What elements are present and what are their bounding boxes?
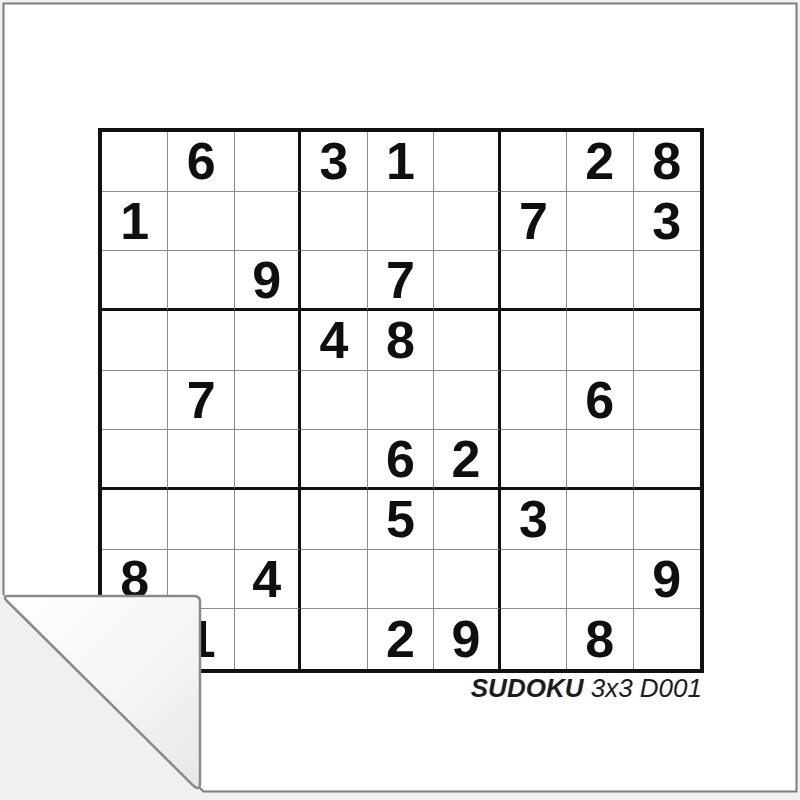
cell-r4c3[interactable] bbox=[235, 311, 301, 371]
cell-r3c1[interactable] bbox=[102, 251, 168, 311]
cell-r2c3[interactable] bbox=[235, 192, 301, 252]
printable-sudoku-sheet: 6312817397487662538491298 SUDOKU 3x3 D00… bbox=[0, 0, 800, 800]
cell-r9c2[interactable]: 1 bbox=[168, 609, 234, 669]
cell-r7c3[interactable] bbox=[235, 490, 301, 550]
cell-r4c2[interactable] bbox=[168, 311, 234, 371]
cell-r5c3[interactable] bbox=[235, 371, 301, 431]
cell-r2c1[interactable]: 1 bbox=[102, 192, 168, 252]
cell-r8c1[interactable]: 8 bbox=[102, 550, 168, 610]
cell-r4c5[interactable]: 8 bbox=[368, 311, 434, 371]
cell-r8c3[interactable]: 4 bbox=[235, 550, 301, 610]
cell-r4c1[interactable] bbox=[102, 311, 168, 371]
cell-r8c4[interactable] bbox=[301, 550, 367, 610]
cell-r3c5[interactable]: 7 bbox=[368, 251, 434, 311]
puzzle-caption: SUDOKU 3x3 D001 bbox=[471, 675, 702, 701]
cell-r7c9[interactable] bbox=[634, 490, 700, 550]
cell-r2c5[interactable] bbox=[368, 192, 434, 252]
cell-r6c1[interactable] bbox=[102, 430, 168, 490]
cell-r5c2[interactable]: 7 bbox=[168, 371, 234, 431]
cell-r5c7[interactable] bbox=[501, 371, 567, 431]
cell-r2c9[interactable]: 3 bbox=[634, 192, 700, 252]
cell-r3c9[interactable] bbox=[634, 251, 700, 311]
cell-r2c2[interactable] bbox=[168, 192, 234, 252]
cell-r6c4[interactable] bbox=[301, 430, 367, 490]
cell-r4c6[interactable] bbox=[434, 311, 500, 371]
cell-r7c4[interactable] bbox=[301, 490, 367, 550]
cell-r3c3[interactable]: 9 bbox=[235, 251, 301, 311]
cell-r5c1[interactable] bbox=[102, 371, 168, 431]
cell-r6c7[interactable] bbox=[501, 430, 567, 490]
cell-r9c9[interactable] bbox=[634, 609, 700, 669]
puzzle-id: 3x3 D001 bbox=[591, 673, 702, 703]
cell-r8c7[interactable] bbox=[501, 550, 567, 610]
cell-r3c4[interactable] bbox=[301, 251, 367, 311]
cell-r5c9[interactable] bbox=[634, 371, 700, 431]
cell-r6c8[interactable] bbox=[567, 430, 633, 490]
cell-r1c3[interactable] bbox=[235, 132, 301, 192]
cell-r3c6[interactable] bbox=[434, 251, 500, 311]
cell-r9c7[interactable] bbox=[501, 609, 567, 669]
cell-r2c7[interactable]: 7 bbox=[501, 192, 567, 252]
cell-r7c7[interactable]: 3 bbox=[501, 490, 567, 550]
cell-r1c7[interactable] bbox=[501, 132, 567, 192]
caption-space bbox=[583, 673, 590, 703]
cell-r1c6[interactable] bbox=[434, 132, 500, 192]
cell-r8c6[interactable] bbox=[434, 550, 500, 610]
cell-r6c6[interactable]: 2 bbox=[434, 430, 500, 490]
cell-r7c5[interactable]: 5 bbox=[368, 490, 434, 550]
cell-r6c2[interactable] bbox=[168, 430, 234, 490]
cell-r3c2[interactable] bbox=[168, 251, 234, 311]
cell-r5c8[interactable]: 6 bbox=[567, 371, 633, 431]
cell-r6c3[interactable] bbox=[235, 430, 301, 490]
cell-r9c5[interactable]: 2 bbox=[368, 609, 434, 669]
cell-r1c9[interactable]: 8 bbox=[634, 132, 700, 192]
puzzle-title: SUDOKU bbox=[471, 673, 584, 703]
cell-r1c5[interactable]: 1 bbox=[368, 132, 434, 192]
cell-r1c1[interactable] bbox=[102, 132, 168, 192]
cell-r9c3[interactable] bbox=[235, 609, 301, 669]
cell-r1c8[interactable]: 2 bbox=[567, 132, 633, 192]
cell-r4c8[interactable] bbox=[567, 311, 633, 371]
cell-r1c4[interactable]: 3 bbox=[301, 132, 367, 192]
cell-r2c4[interactable] bbox=[301, 192, 367, 252]
cell-r9c4[interactable] bbox=[301, 609, 367, 669]
cell-r5c6[interactable] bbox=[434, 371, 500, 431]
cell-r7c1[interactable] bbox=[102, 490, 168, 550]
cell-r4c7[interactable] bbox=[501, 311, 567, 371]
cell-r5c4[interactable] bbox=[301, 371, 367, 431]
cell-r9c8[interactable]: 8 bbox=[567, 609, 633, 669]
cell-r2c6[interactable] bbox=[434, 192, 500, 252]
cell-r4c9[interactable] bbox=[634, 311, 700, 371]
cell-r5c5[interactable] bbox=[368, 371, 434, 431]
cell-r9c6[interactable]: 9 bbox=[434, 609, 500, 669]
cell-r8c5[interactable] bbox=[368, 550, 434, 610]
cell-r2c8[interactable] bbox=[567, 192, 633, 252]
cell-r8c2[interactable] bbox=[168, 550, 234, 610]
cell-r3c7[interactable] bbox=[501, 251, 567, 311]
cell-r6c9[interactable] bbox=[634, 430, 700, 490]
cell-r3c8[interactable] bbox=[567, 251, 633, 311]
cell-r7c2[interactable] bbox=[168, 490, 234, 550]
cell-r1c2[interactable]: 6 bbox=[168, 132, 234, 192]
sudoku-grid[interactable]: 6312817397487662538491298 bbox=[98, 128, 704, 673]
cell-r8c8[interactable] bbox=[567, 550, 633, 610]
cell-r7c8[interactable] bbox=[567, 490, 633, 550]
cell-r9c1[interactable] bbox=[102, 609, 168, 669]
cell-r7c6[interactable] bbox=[434, 490, 500, 550]
cell-r4c4[interactable]: 4 bbox=[301, 311, 367, 371]
cell-r6c5[interactable]: 6 bbox=[368, 430, 434, 490]
cell-r8c9[interactable]: 9 bbox=[634, 550, 700, 610]
